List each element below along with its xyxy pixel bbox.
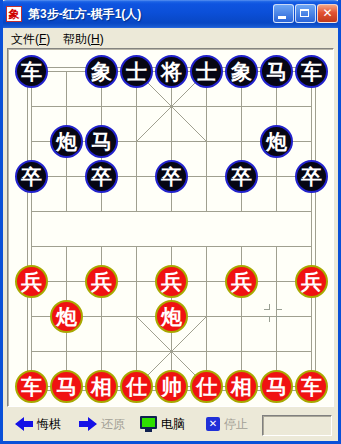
computer-monitor-icon [140,416,157,429]
computer-move-label: 电脑 [161,416,185,433]
status-input[interactable] [262,415,332,436]
piece-red-elephant[interactable]: 相 [85,370,118,403]
piece-black-elephant[interactable]: 象 [85,55,118,88]
piece-black-soldier[interactable]: 卒 [155,160,188,193]
piece-black-chariot[interactable]: 车 [15,55,48,88]
app-icon: 象 [6,6,22,22]
piece-black-soldier[interactable]: 卒 [15,160,48,193]
piece-red-soldier[interactable]: 兵 [295,265,328,298]
menu-file[interactable]: 文件(F) [7,30,54,49]
piece-black-horse[interactable]: 马 [85,125,118,158]
piece-red-soldier[interactable]: 兵 [15,265,48,298]
piece-black-elephant[interactable]: 象 [225,55,258,88]
piece-red-elephant[interactable]: 相 [225,370,258,403]
piece-black-horse[interactable]: 马 [260,55,293,88]
piece-red-cannon[interactable]: 炮 [50,300,83,333]
piece-red-horse[interactable]: 马 [50,370,83,403]
window-title: 第3步-红方-棋手1(人) [28,6,141,23]
piece-black-soldier[interactable]: 卒 [85,160,118,193]
minimize-button[interactable] [273,4,294,23]
piece-black-chariot[interactable]: 车 [295,55,328,88]
menu-help[interactable]: 帮助(H) [59,30,108,49]
redo-move-button[interactable]: 还原 [79,414,125,434]
stop-x-icon: ✕ [206,417,220,431]
undo-move-label: 悔棋 [37,416,61,433]
piece-red-soldier[interactable]: 兵 [225,265,258,298]
piece-black-advisor[interactable]: 士 [190,55,223,88]
undo-move-button[interactable]: 悔棋 [15,414,61,434]
title-bar: 象 第3步-红方-棋手1(人) [0,0,341,28]
arrow-left-icon [15,417,33,431]
maximize-button[interactable] [295,4,316,23]
piece-black-soldier[interactable]: 卒 [295,160,328,193]
computer-move-button[interactable]: 电脑 [140,414,185,434]
piece-red-advisor[interactable]: 仕 [120,370,153,403]
piece-red-chariot[interactable]: 车 [15,370,48,403]
stop-button[interactable]: ✕ 停止 [206,414,248,434]
toolbar: 悔棋 还原 电脑 ✕ 停止 [3,407,338,441]
piece-black-cannon[interactable]: 炮 [50,125,83,158]
piece-black-cannon[interactable]: 炮 [260,125,293,158]
board-grid [8,49,333,406]
piece-red-general[interactable]: 帅 [155,370,188,403]
piece-red-soldier[interactable]: 兵 [155,265,188,298]
piece-black-soldier[interactable]: 卒 [225,160,258,193]
arrow-right-icon [79,417,97,431]
close-button[interactable] [317,4,338,23]
piece-black-general[interactable]: 将 [155,55,188,88]
menu-bar: 文件(F) 帮助(H) [3,28,338,48]
piece-red-horse[interactable]: 马 [260,370,293,403]
piece-black-advisor[interactable]: 士 [120,55,153,88]
redo-move-label: 还原 [101,416,125,433]
select-cursor-icon [264,304,282,322]
board-panel: 车象士将士象马车炮马炮卒卒卒卒卒兵兵兵兵兵炮炮车马相仕帅仕相马车 [7,48,334,407]
piece-red-chariot[interactable]: 车 [295,370,328,403]
stop-label: 停止 [224,416,248,433]
piece-red-advisor[interactable]: 仕 [190,370,223,403]
piece-red-soldier[interactable]: 兵 [85,265,118,298]
app-window: 象 第3步-红方-棋手1(人) 文件(F) 帮助(H) 车象士将士象马车炮马炮卒… [0,0,341,444]
piece-red-cannon[interactable]: 炮 [155,300,188,333]
